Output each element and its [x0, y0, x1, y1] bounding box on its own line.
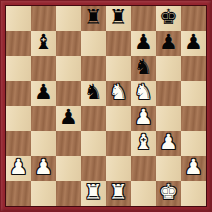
square-a1[interactable]	[6, 181, 31, 206]
black-knight-d5: ♞	[84, 81, 103, 105]
square-c3[interactable]	[56, 131, 81, 156]
white-pawn-g3: ♟	[159, 131, 178, 155]
square-f4[interactable]: ♟	[131, 106, 156, 131]
square-e7[interactable]	[106, 31, 131, 56]
chess-board: ♜♜♚♝♟♟♟♞♟♞♞♞♟♟♝♟♟♟♟♜♜♚	[6, 6, 206, 206]
square-c7[interactable]	[56, 31, 81, 56]
square-g3[interactable]: ♟	[156, 131, 181, 156]
square-h1[interactable]	[181, 181, 206, 206]
square-f6[interactable]: ♞	[131, 56, 156, 81]
square-c1[interactable]	[56, 181, 81, 206]
square-h3[interactable]	[181, 131, 206, 156]
white-bishop-f3: ♝	[134, 131, 153, 155]
square-e3[interactable]	[106, 131, 131, 156]
white-pawn-b2: ♟	[34, 156, 53, 180]
square-g6[interactable]	[156, 56, 181, 81]
square-a7[interactable]	[6, 31, 31, 56]
square-a2[interactable]: ♟	[6, 156, 31, 181]
square-g4[interactable]	[156, 106, 181, 131]
square-c5[interactable]	[56, 81, 81, 106]
square-e1[interactable]: ♜	[106, 181, 131, 206]
square-b3[interactable]	[31, 131, 56, 156]
black-bishop-b7: ♝	[34, 31, 53, 55]
square-d7[interactable]	[81, 31, 106, 56]
black-pawn-b5: ♟	[34, 81, 53, 105]
square-g7[interactable]: ♟	[156, 31, 181, 56]
square-a8[interactable]	[6, 6, 31, 31]
square-d2[interactable]	[81, 156, 106, 181]
black-pawn-f7: ♟	[134, 31, 153, 55]
white-pawn-f4: ♟	[134, 106, 153, 130]
square-b2[interactable]: ♟	[31, 156, 56, 181]
black-king-g8: ♚	[159, 6, 178, 30]
square-h5[interactable]	[181, 81, 206, 106]
square-f8[interactable]	[131, 6, 156, 31]
square-d5[interactable]: ♞	[81, 81, 106, 106]
square-g5[interactable]	[156, 81, 181, 106]
square-d1[interactable]: ♜	[81, 181, 106, 206]
square-g2[interactable]	[156, 156, 181, 181]
white-knight-f5: ♞	[134, 81, 153, 105]
black-pawn-g7: ♟	[159, 31, 178, 55]
square-h7[interactable]: ♟	[181, 31, 206, 56]
black-rook-d8: ♜	[84, 6, 103, 30]
white-knight-e5: ♞	[109, 81, 128, 105]
square-b5[interactable]: ♟	[31, 81, 56, 106]
square-f3[interactable]: ♝	[131, 131, 156, 156]
square-h4[interactable]	[181, 106, 206, 131]
square-f5[interactable]: ♞	[131, 81, 156, 106]
white-pawn-h2: ♟	[184, 156, 203, 180]
white-pawn-a2: ♟	[9, 156, 28, 180]
square-d6[interactable]	[81, 56, 106, 81]
square-h8[interactable]	[181, 6, 206, 31]
white-king-g1: ♚	[159, 181, 178, 205]
square-c4[interactable]: ♟	[56, 106, 81, 131]
black-knight-f6: ♞	[134, 56, 153, 80]
square-b6[interactable]	[31, 56, 56, 81]
square-g8[interactable]: ♚	[156, 6, 181, 31]
black-pawn-h7: ♟	[184, 31, 203, 55]
square-h6[interactable]	[181, 56, 206, 81]
square-b4[interactable]	[31, 106, 56, 131]
square-f7[interactable]: ♟	[131, 31, 156, 56]
square-f1[interactable]	[131, 181, 156, 206]
board-frame: ♜♜♚♝♟♟♟♞♟♞♞♞♟♟♝♟♟♟♟♜♜♚	[0, 0, 212, 212]
square-b7[interactable]: ♝	[31, 31, 56, 56]
square-b1[interactable]	[31, 181, 56, 206]
square-a6[interactable]	[6, 56, 31, 81]
square-e6[interactable]	[106, 56, 131, 81]
black-pawn-c4: ♟	[59, 106, 78, 130]
square-c6[interactable]	[56, 56, 81, 81]
square-e2[interactable]	[106, 156, 131, 181]
white-rook-e1: ♜	[109, 181, 128, 205]
square-f2[interactable]	[131, 156, 156, 181]
square-c8[interactable]	[56, 6, 81, 31]
square-b8[interactable]	[31, 6, 56, 31]
square-e5[interactable]: ♞	[106, 81, 131, 106]
square-d4[interactable]	[81, 106, 106, 131]
square-d3[interactable]	[81, 131, 106, 156]
square-a3[interactable]	[6, 131, 31, 156]
square-e4[interactable]	[106, 106, 131, 131]
black-rook-e8: ♜	[109, 6, 128, 30]
square-e8[interactable]: ♜	[106, 6, 131, 31]
square-a5[interactable]	[6, 81, 31, 106]
square-g1[interactable]: ♚	[156, 181, 181, 206]
square-a4[interactable]	[6, 106, 31, 131]
square-d8[interactable]: ♜	[81, 6, 106, 31]
square-h2[interactable]: ♟	[181, 156, 206, 181]
square-c2[interactable]	[56, 156, 81, 181]
white-rook-d1: ♜	[84, 181, 103, 205]
